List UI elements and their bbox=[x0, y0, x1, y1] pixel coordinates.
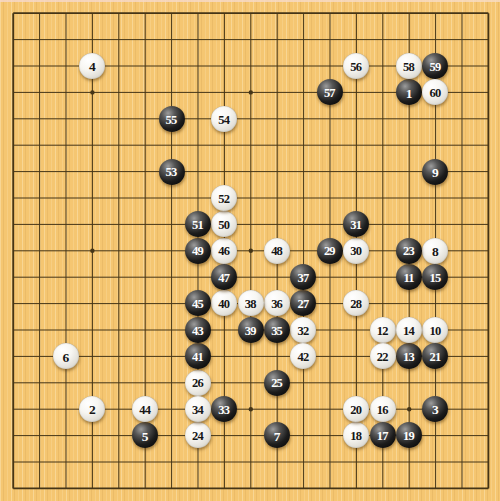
stone-white-16[interactable]: 16 bbox=[370, 396, 396, 422]
stone-black-47[interactable]: 47 bbox=[211, 264, 237, 290]
stone-black-23[interactable]: 23 bbox=[396, 238, 422, 264]
stone-black-29[interactable]: 29 bbox=[317, 238, 343, 264]
stone-black-41[interactable]: 41 bbox=[185, 343, 211, 369]
move-number: 50 bbox=[218, 219, 229, 232]
stone-black-17[interactable]: 17 bbox=[370, 422, 396, 448]
move-number: 18 bbox=[350, 430, 361, 443]
move-number: 19 bbox=[403, 430, 414, 443]
stone-black-13[interactable]: 13 bbox=[396, 343, 422, 369]
move-number: 24 bbox=[192, 430, 203, 443]
move-number: 44 bbox=[139, 403, 150, 416]
stone-black-19[interactable]: 19 bbox=[396, 422, 422, 448]
stone-white-22[interactable]: 22 bbox=[370, 343, 396, 369]
stone-white-34[interactable]: 34 bbox=[185, 396, 211, 422]
move-number: 8 bbox=[432, 244, 439, 258]
move-number: 23 bbox=[403, 245, 414, 258]
move-number: 25 bbox=[271, 377, 282, 390]
stone-white-18[interactable]: 18 bbox=[343, 422, 369, 448]
stone-white-50[interactable]: 50 bbox=[211, 211, 237, 237]
stone-black-39[interactable]: 39 bbox=[238, 317, 264, 343]
stone-white-28[interactable]: 28 bbox=[343, 290, 369, 316]
stone-black-1[interactable]: 1 bbox=[396, 79, 422, 105]
move-number: 39 bbox=[245, 324, 256, 337]
move-number: 26 bbox=[192, 377, 203, 390]
move-number: 2 bbox=[89, 403, 96, 417]
move-number: 28 bbox=[350, 298, 361, 311]
move-number: 17 bbox=[377, 430, 388, 443]
move-number: 54 bbox=[218, 113, 229, 126]
stone-black-5[interactable]: 5 bbox=[132, 422, 158, 448]
stone-white-44[interactable]: 44 bbox=[132, 396, 158, 422]
move-number: 15 bbox=[429, 271, 440, 284]
stone-black-35[interactable]: 35 bbox=[264, 317, 290, 343]
move-number: 45 bbox=[192, 298, 203, 311]
stone-black-9[interactable]: 9 bbox=[422, 159, 448, 185]
stone-white-54[interactable]: 54 bbox=[211, 106, 237, 132]
stone-white-24[interactable]: 24 bbox=[185, 422, 211, 448]
move-number: 57 bbox=[324, 87, 335, 100]
move-number: 53 bbox=[166, 166, 177, 179]
move-number: 33 bbox=[218, 403, 229, 416]
stone-white-40[interactable]: 40 bbox=[211, 290, 237, 316]
stone-black-57[interactable]: 57 bbox=[317, 79, 343, 105]
stone-white-20[interactable]: 20 bbox=[343, 396, 369, 422]
stone-white-8[interactable]: 8 bbox=[422, 238, 448, 264]
move-number: 37 bbox=[298, 271, 309, 284]
stone-black-3[interactable]: 3 bbox=[422, 396, 448, 422]
move-number: 16 bbox=[377, 403, 388, 416]
stone-white-10[interactable]: 10 bbox=[422, 317, 448, 343]
stone-black-37[interactable]: 37 bbox=[290, 264, 316, 290]
move-number: 11 bbox=[403, 271, 413, 284]
move-number: 40 bbox=[218, 298, 229, 311]
move-number: 31 bbox=[350, 219, 361, 232]
move-number: 6 bbox=[63, 350, 70, 364]
stone-white-52[interactable]: 52 bbox=[211, 185, 237, 211]
stone-black-53[interactable]: 53 bbox=[159, 159, 185, 185]
move-number: 5 bbox=[142, 429, 149, 443]
stone-white-38[interactable]: 38 bbox=[238, 290, 264, 316]
move-number: 48 bbox=[271, 245, 282, 258]
move-number: 21 bbox=[429, 351, 440, 364]
move-number: 42 bbox=[298, 351, 309, 364]
move-number: 10 bbox=[429, 324, 440, 337]
stone-white-56[interactable]: 56 bbox=[343, 53, 369, 79]
move-number: 32 bbox=[298, 324, 309, 337]
stone-white-14[interactable]: 14 bbox=[396, 317, 422, 343]
move-number: 36 bbox=[271, 298, 282, 311]
move-number: 1 bbox=[406, 86, 413, 100]
move-number: 27 bbox=[298, 298, 309, 311]
stone-black-59[interactable]: 59 bbox=[422, 53, 448, 79]
move-number: 46 bbox=[218, 245, 229, 258]
stone-black-51[interactable]: 51 bbox=[185, 211, 211, 237]
stone-black-33[interactable]: 33 bbox=[211, 396, 237, 422]
move-number: 14 bbox=[403, 324, 414, 337]
move-number: 38 bbox=[245, 298, 256, 311]
move-number: 3 bbox=[432, 403, 439, 417]
move-number: 12 bbox=[377, 324, 388, 337]
stone-white-2[interactable]: 2 bbox=[79, 396, 105, 422]
move-number: 55 bbox=[166, 113, 177, 126]
move-number: 60 bbox=[429, 87, 440, 100]
stone-black-15[interactable]: 15 bbox=[422, 264, 448, 290]
move-number: 20 bbox=[350, 403, 361, 416]
stone-white-26[interactable]: 26 bbox=[185, 370, 211, 396]
move-number: 34 bbox=[192, 403, 203, 416]
stone-black-7[interactable]: 7 bbox=[264, 422, 290, 448]
move-number: 47 bbox=[218, 271, 229, 284]
move-number: 22 bbox=[377, 351, 388, 364]
move-number: 7 bbox=[274, 429, 281, 443]
stone-white-58[interactable]: 58 bbox=[396, 53, 422, 79]
move-number: 52 bbox=[218, 192, 229, 205]
go-board[interactable]: 1234567891011121314151617181920212223242… bbox=[0, 0, 500, 501]
move-number: 59 bbox=[429, 60, 440, 73]
move-number: 13 bbox=[403, 351, 414, 364]
move-number: 4 bbox=[89, 60, 96, 74]
stone-white-4[interactable]: 4 bbox=[79, 53, 105, 79]
move-number: 51 bbox=[192, 219, 203, 232]
stone-black-25[interactable]: 25 bbox=[264, 370, 290, 396]
move-number: 56 bbox=[350, 60, 361, 73]
move-number: 30 bbox=[350, 245, 361, 258]
stone-white-60[interactable]: 60 bbox=[422, 79, 448, 105]
stone-white-42[interactable]: 42 bbox=[290, 343, 316, 369]
stone-black-55[interactable]: 55 bbox=[159, 106, 185, 132]
move-number: 41 bbox=[192, 351, 203, 364]
stone-white-30[interactable]: 30 bbox=[343, 238, 369, 264]
move-number: 29 bbox=[324, 245, 335, 258]
stone-black-11[interactable]: 11 bbox=[396, 264, 422, 290]
goban: 1234567891011121314151617181920212223242… bbox=[0, 0, 500, 501]
stone-black-43[interactable]: 43 bbox=[185, 317, 211, 343]
move-number: 35 bbox=[271, 324, 282, 337]
stone-white-12[interactable]: 12 bbox=[370, 317, 396, 343]
stone-white-36[interactable]: 36 bbox=[264, 290, 290, 316]
stone-black-31[interactable]: 31 bbox=[343, 211, 369, 237]
stone-black-21[interactable]: 21 bbox=[422, 343, 448, 369]
move-number: 9 bbox=[432, 165, 439, 179]
stone-white-6[interactable]: 6 bbox=[53, 343, 79, 369]
stone-black-27[interactable]: 27 bbox=[290, 290, 316, 316]
stone-white-32[interactable]: 32 bbox=[290, 317, 316, 343]
move-number: 49 bbox=[192, 245, 203, 258]
move-number: 58 bbox=[403, 60, 414, 73]
stone-white-48[interactable]: 48 bbox=[264, 238, 290, 264]
stone-white-46[interactable]: 46 bbox=[211, 238, 237, 264]
move-number: 43 bbox=[192, 324, 203, 337]
stone-black-45[interactable]: 45 bbox=[185, 290, 211, 316]
stone-black-49[interactable]: 49 bbox=[185, 238, 211, 264]
